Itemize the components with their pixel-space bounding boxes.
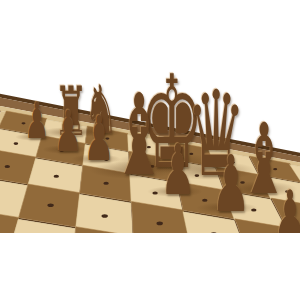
piece-pawn-f7[interactable]: ♟ bbox=[211, 145, 250, 223]
piece-pawn-h7[interactable]: ♟ bbox=[273, 182, 300, 233]
chess-set-photo: ♞♜♟♟♟♚♛♝♝♟♟♟ bbox=[0, 0, 300, 300]
piece-bishop-d7[interactable]: ♝ bbox=[111, 79, 167, 191]
photo-area: ♞♜♟♟♟♚♛♝♝♟♟♟ bbox=[0, 0, 300, 233]
piece-pawn-a8[interactable]: ♟ bbox=[24, 96, 49, 146]
piece-pawn-b7[interactable]: ♟ bbox=[54, 103, 83, 160]
pieces-layer: ♞♜♟♟♟♚♛♝♝♟♟♟ bbox=[0, 0, 300, 233]
piece-pawn-e7[interactable]: ♟ bbox=[160, 135, 195, 205]
